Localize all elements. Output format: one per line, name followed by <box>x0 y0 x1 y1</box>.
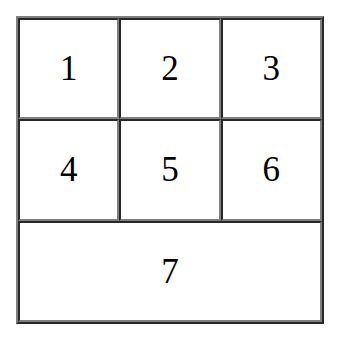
grid-cell-7-merged: 7 <box>18 221 322 322</box>
grid-cell-6: 6 <box>221 119 322 220</box>
grid-cell-1: 1 <box>18 18 119 119</box>
grid-cell-2: 2 <box>119 18 220 119</box>
grid-row-1: 1 2 3 <box>18 18 322 119</box>
grid-cell-5: 5 <box>119 119 220 220</box>
grid-cell-4: 4 <box>18 119 119 220</box>
grid-cell-3: 3 <box>221 18 322 119</box>
grid-row-3: 7 <box>18 221 322 322</box>
numbered-grid-table: 1 2 3 4 5 6 7 <box>16 16 324 324</box>
grid-row-2: 4 5 6 <box>18 119 322 220</box>
page-background: 1 2 3 4 5 6 7 <box>0 0 340 342</box>
